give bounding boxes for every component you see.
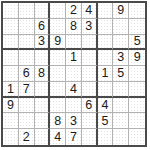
sudoku-cell-r5c4[interactable] <box>50 66 66 82</box>
sudoku-cell-r1c3[interactable] <box>35 3 51 19</box>
sudoku-cell-r2c5: 8 <box>66 19 82 35</box>
sudoku-cell-r7c7: 4 <box>98 98 114 114</box>
sudoku-cell-r4c2[interactable] <box>19 50 35 66</box>
sudoku-cell-r7c5[interactable] <box>66 98 82 114</box>
sudoku-cell-r7c3[interactable] <box>35 98 51 114</box>
sudoku-cell-r9c6[interactable] <box>82 129 98 145</box>
sudoku-cell-r3c3: 3 <box>35 35 51 51</box>
sudoku-cell-r8c4: 8 <box>50 113 66 129</box>
sudoku-cell-r6c1: 1 <box>3 82 19 98</box>
sudoku-cell-r5c9[interactable] <box>129 66 145 82</box>
sudoku-cell-r9c7[interactable] <box>98 129 114 145</box>
sudoku-puzzle: 2496833951396815174964835247 <box>1 1 147 147</box>
sudoku-cell-r5c1[interactable] <box>3 66 19 82</box>
sudoku-cell-r1c1[interactable] <box>3 3 19 19</box>
sudoku-board: 2496833951396815174964835247 <box>1 1 147 147</box>
sudoku-cell-r6c4[interactable] <box>50 82 66 98</box>
sudoku-cell-r4c6[interactable] <box>82 50 98 66</box>
sudoku-cell-r8c2[interactable] <box>19 113 35 129</box>
sudoku-cell-r4c8: 3 <box>113 50 129 66</box>
sudoku-cell-r2c9[interactable] <box>129 19 145 35</box>
sudoku-cell-r7c6: 6 <box>82 98 98 114</box>
sudoku-cell-r1c4[interactable] <box>50 3 66 19</box>
sudoku-cell-r6c9[interactable] <box>129 82 145 98</box>
sudoku-cell-r4c7[interactable] <box>98 50 114 66</box>
sudoku-cell-r2c7[interactable] <box>98 19 114 35</box>
sudoku-cell-r2c2[interactable] <box>19 19 35 35</box>
sudoku-cell-r9c1[interactable] <box>3 129 19 145</box>
sudoku-cell-r3c8[interactable] <box>113 35 129 51</box>
sudoku-cell-r1c7[interactable] <box>98 3 114 19</box>
sudoku-cell-r7c8[interactable] <box>113 98 129 114</box>
sudoku-cell-r6c2: 7 <box>19 82 35 98</box>
sudoku-cell-r5c2: 6 <box>19 66 35 82</box>
sudoku-cell-r8c5: 3 <box>66 113 82 129</box>
sudoku-cell-r5c6[interactable] <box>82 66 98 82</box>
sudoku-cell-r1c2[interactable] <box>19 3 35 19</box>
sudoku-cell-r3c7[interactable] <box>98 35 114 51</box>
sudoku-cell-r9c5: 7 <box>66 129 82 145</box>
sudoku-cell-r9c8[interactable] <box>113 129 129 145</box>
sudoku-cell-r4c9: 9 <box>129 50 145 66</box>
sudoku-cell-r1c6: 4 <box>82 3 98 19</box>
sudoku-cell-r6c8[interactable] <box>113 82 129 98</box>
sudoku-cell-r5c3: 8 <box>35 66 51 82</box>
sudoku-cell-r3c2[interactable] <box>19 35 35 51</box>
sudoku-cell-r9c9[interactable] <box>129 129 145 145</box>
sudoku-cell-r6c7[interactable] <box>98 82 114 98</box>
sudoku-cell-r7c1: 9 <box>3 98 19 114</box>
sudoku-cell-r4c5: 1 <box>66 50 82 66</box>
sudoku-cell-r6c6[interactable] <box>82 82 98 98</box>
sudoku-cell-r5c8: 5 <box>113 66 129 82</box>
sudoku-cell-r2c8[interactable] <box>113 19 129 35</box>
sudoku-cell-r9c3[interactable] <box>35 129 51 145</box>
sudoku-cell-r8c3[interactable] <box>35 113 51 129</box>
sudoku-cell-r2c4[interactable] <box>50 19 66 35</box>
sudoku-cell-r8c1[interactable] <box>3 113 19 129</box>
sudoku-cell-r9c2: 2 <box>19 129 35 145</box>
sudoku-cell-r8c7: 5 <box>98 113 114 129</box>
sudoku-cell-r8c6[interactable] <box>82 113 98 129</box>
sudoku-cell-r7c2[interactable] <box>19 98 35 114</box>
sudoku-cell-r3c5[interactable] <box>66 35 82 51</box>
sudoku-cell-r7c4[interactable] <box>50 98 66 114</box>
sudoku-cell-r4c4[interactable] <box>50 50 66 66</box>
sudoku-cell-r6c3[interactable] <box>35 82 51 98</box>
sudoku-cell-r3c9: 5 <box>129 35 145 51</box>
sudoku-cell-r5c5[interactable] <box>66 66 82 82</box>
sudoku-cell-r3c4: 9 <box>50 35 66 51</box>
sudoku-cell-r8c9[interactable] <box>129 113 145 129</box>
sudoku-cell-r5c7: 1 <box>98 66 114 82</box>
sudoku-cell-r7c9[interactable] <box>129 98 145 114</box>
sudoku-cell-r9c4: 4 <box>50 129 66 145</box>
sudoku-cell-r2c6: 3 <box>82 19 98 35</box>
sudoku-cell-r8c8[interactable] <box>113 113 129 129</box>
sudoku-cell-r2c3: 6 <box>35 19 51 35</box>
sudoku-cell-r2c1[interactable] <box>3 19 19 35</box>
sudoku-cell-r4c3[interactable] <box>35 50 51 66</box>
sudoku-cell-r3c1[interactable] <box>3 35 19 51</box>
sudoku-cell-r1c8: 9 <box>113 3 129 19</box>
sudoku-cell-r3c6[interactable] <box>82 35 98 51</box>
sudoku-cell-r6c5: 4 <box>66 82 82 98</box>
sudoku-cell-r1c9[interactable] <box>129 3 145 19</box>
sudoku-cell-r1c5: 2 <box>66 3 82 19</box>
sudoku-cell-r4c1[interactable] <box>3 50 19 66</box>
